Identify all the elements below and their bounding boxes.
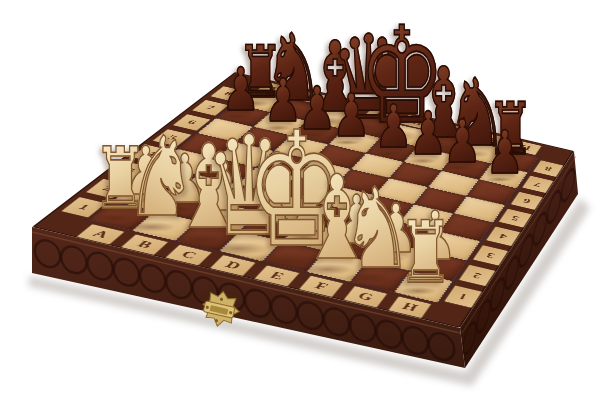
- piece-black-pawn-g7: ♟: [443, 112, 482, 172]
- piece-black-pawn-e7: ♟: [374, 98, 413, 157]
- piece-black-pawn-h7: ♟: [485, 123, 524, 183]
- piece-white-rook-h1: ♜: [398, 210, 454, 296]
- chess-set-photo: AABBCCDDEEFFGGHH8877665544332211 ♜♞♝♛♚♝♞…: [0, 0, 600, 400]
- pieces-layer: ♜♞♝♛♚♝♞♜♟♟♟♟♟♟♟♟♟♟♟♟♟♟♟♟♜♞♝♛♚♝♞♜: [0, 0, 600, 400]
- piece-black-pawn-f7: ♟: [409, 105, 448, 165]
